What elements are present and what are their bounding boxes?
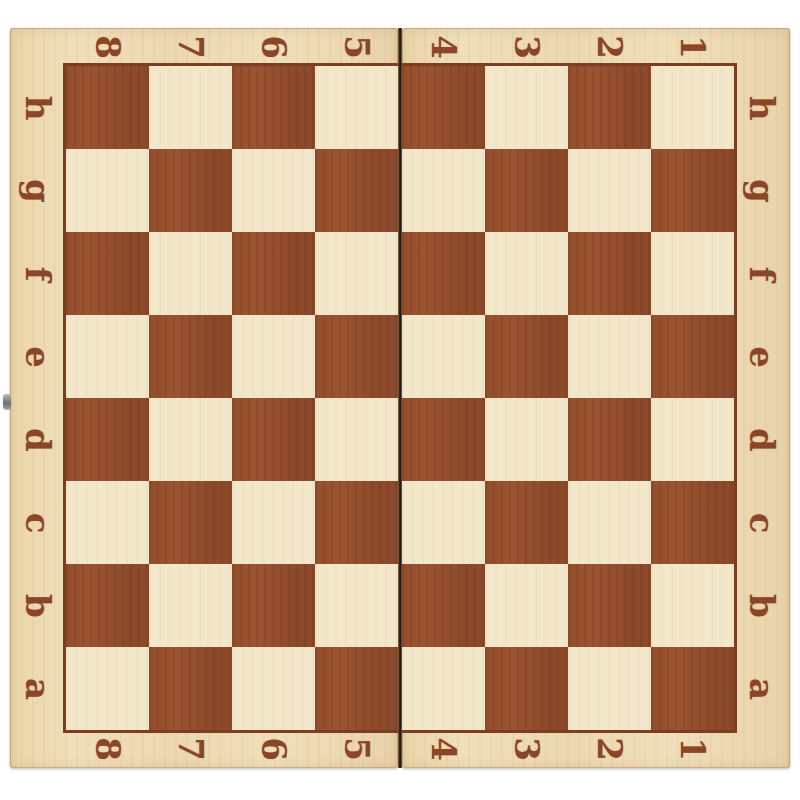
square-c5	[315, 481, 398, 564]
square-h5	[315, 66, 398, 149]
square-f1	[651, 232, 734, 315]
rank-label-1: 1	[651, 730, 734, 768]
rank-label-4-text: 4	[426, 35, 460, 59]
square-b6	[232, 564, 315, 647]
square-d4	[402, 398, 485, 481]
square-a3	[485, 647, 568, 730]
square-d5	[315, 398, 398, 481]
square-b5	[315, 564, 398, 647]
rank-labels-bottom-right: 4321	[402, 730, 734, 768]
rank-label-3: 3	[485, 730, 568, 768]
square-f4	[402, 232, 485, 315]
rank-label-2-text: 2	[592, 737, 626, 761]
file-label-b-text: b	[21, 594, 55, 618]
rank-labels-top-left: 8765	[66, 28, 398, 66]
rank-labels-bottom-left: 8765	[66, 730, 398, 768]
square-g1	[651, 149, 734, 232]
square-g5	[315, 149, 398, 232]
file-label-a: a	[10, 647, 66, 730]
file-label-f: f	[734, 232, 790, 315]
square-a4	[402, 647, 485, 730]
square-e7	[149, 315, 232, 398]
square-f5	[315, 232, 398, 315]
rank-label-3-text: 3	[509, 737, 543, 761]
square-e3	[485, 315, 568, 398]
rank-label-1: 1	[651, 28, 734, 66]
file-label-h-text: h	[745, 95, 779, 120]
square-f8	[66, 232, 149, 315]
file-labels-left: hgfedcba	[10, 66, 66, 730]
square-f7	[149, 232, 232, 315]
file-label-c: c	[10, 481, 66, 564]
square-b2	[568, 564, 651, 647]
rank-label-7-text: 7	[173, 35, 207, 59]
square-d3	[485, 398, 568, 481]
square-g3	[485, 149, 568, 232]
file-label-f-text: f	[745, 266, 779, 281]
square-b7	[149, 564, 232, 647]
file-label-g: g	[734, 149, 790, 232]
square-h1	[651, 66, 734, 149]
hinge-seam	[398, 28, 402, 768]
square-a7	[149, 647, 232, 730]
square-h8	[66, 66, 149, 149]
square-c2	[568, 481, 651, 564]
file-label-c-text: c	[745, 512, 779, 533]
square-b8	[66, 564, 149, 647]
square-h2	[568, 66, 651, 149]
square-b3	[485, 564, 568, 647]
square-a5	[315, 647, 398, 730]
file-label-e-text: e	[21, 346, 55, 368]
square-h3	[485, 66, 568, 149]
file-label-b: b	[734, 564, 790, 647]
square-e2	[568, 315, 651, 398]
file-label-e: e	[10, 315, 66, 398]
rank-label-8: 8	[66, 28, 149, 66]
square-g2	[568, 149, 651, 232]
square-e4	[402, 315, 485, 398]
square-f6	[232, 232, 315, 315]
rank-label-4: 4	[402, 28, 485, 66]
square-e8	[66, 315, 149, 398]
file-label-h-text: h	[21, 95, 55, 120]
file-label-d-text: d	[745, 428, 779, 452]
square-d6	[232, 398, 315, 481]
square-d8	[66, 398, 149, 481]
file-label-b-text: b	[745, 594, 779, 618]
square-e5	[315, 315, 398, 398]
rank-label-5-text: 5	[339, 737, 373, 761]
file-label-d: d	[734, 398, 790, 481]
file-label-a-text: a	[745, 677, 779, 699]
square-c4	[402, 481, 485, 564]
file-label-d-text: d	[21, 428, 55, 452]
square-f2	[568, 232, 651, 315]
file-label-g: g	[10, 149, 66, 232]
square-b1	[651, 564, 734, 647]
playing-area-right	[402, 66, 734, 730]
rank-label-6-text: 6	[256, 35, 290, 59]
file-label-d: d	[10, 398, 66, 481]
square-a2	[568, 647, 651, 730]
rank-label-6-text: 6	[256, 737, 290, 761]
square-d1	[651, 398, 734, 481]
file-labels-right: hgfedcba	[734, 66, 790, 730]
rank-label-3: 3	[485, 28, 568, 66]
rank-label-5: 5	[315, 730, 398, 768]
rank-label-7: 7	[149, 730, 232, 768]
file-label-b: b	[10, 564, 66, 647]
photo-background: 8765 hgfedcba 8765 4321 hgfedcba 4321	[0, 0, 800, 800]
square-g6	[232, 149, 315, 232]
square-a6	[232, 647, 315, 730]
square-h7	[149, 66, 232, 149]
square-h6	[232, 66, 315, 149]
file-label-e: e	[734, 315, 790, 398]
square-a8	[66, 647, 149, 730]
playing-area-left	[66, 66, 398, 730]
file-label-f: f	[10, 232, 66, 315]
file-label-c-text: c	[21, 512, 55, 533]
rank-label-4-text: 4	[426, 737, 460, 761]
square-c3	[485, 481, 568, 564]
file-label-f-text: f	[21, 266, 55, 281]
rank-label-6: 6	[232, 28, 315, 66]
file-label-e-text: e	[745, 346, 779, 368]
square-d7	[149, 398, 232, 481]
square-c8	[66, 481, 149, 564]
board-right-half: 4321 hgfedcba 4321	[402, 28, 790, 768]
square-f3	[485, 232, 568, 315]
rank-label-5-text: 5	[339, 35, 373, 59]
rank-labels-top-right: 4321	[402, 28, 734, 66]
file-label-c: c	[734, 481, 790, 564]
square-g7	[149, 149, 232, 232]
square-c6	[232, 481, 315, 564]
rank-label-1-text: 1	[675, 737, 709, 761]
square-g8	[66, 149, 149, 232]
square-b4	[402, 564, 485, 647]
file-label-g-text: g	[21, 179, 55, 203]
file-label-h: h	[10, 66, 66, 149]
rank-label-1-text: 1	[675, 35, 709, 59]
square-d2	[568, 398, 651, 481]
file-label-h: h	[734, 66, 790, 149]
square-c1	[651, 481, 734, 564]
square-e6	[232, 315, 315, 398]
square-e1	[651, 315, 734, 398]
rank-label-4: 4	[402, 730, 485, 768]
rank-label-7-text: 7	[173, 737, 207, 761]
rank-label-3-text: 3	[509, 35, 543, 59]
rank-label-6: 6	[232, 730, 315, 768]
square-g4	[402, 149, 485, 232]
rank-label-8-text: 8	[90, 35, 124, 59]
rank-label-2: 2	[568, 730, 651, 768]
file-label-a-text: a	[21, 677, 55, 699]
square-h4	[402, 66, 485, 149]
rank-label-8: 8	[66, 730, 149, 768]
square-a1	[651, 647, 734, 730]
rank-label-5: 5	[315, 28, 398, 66]
file-label-a: a	[734, 647, 790, 730]
rank-label-7: 7	[149, 28, 232, 66]
rank-label-2-text: 2	[592, 35, 626, 59]
square-c7	[149, 481, 232, 564]
rank-label-8-text: 8	[90, 737, 124, 761]
rank-label-2: 2	[568, 28, 651, 66]
file-label-g-text: g	[745, 179, 779, 203]
board-left-half: 8765 hgfedcba 8765	[10, 28, 398, 768]
